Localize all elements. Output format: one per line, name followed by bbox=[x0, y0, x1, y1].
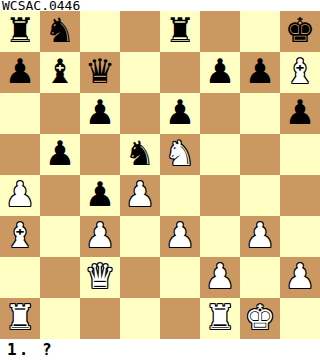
square-c5[interactable] bbox=[80, 134, 120, 175]
square-h6[interactable]: ♟ bbox=[280, 93, 320, 134]
square-d1[interactable] bbox=[120, 298, 160, 339]
piece-black-pawn[interactable]: ♟ bbox=[85, 93, 115, 133]
piece-white-bishop[interactable]: ♝ bbox=[5, 216, 35, 256]
square-d8[interactable] bbox=[120, 11, 160, 52]
square-f8[interactable] bbox=[200, 11, 240, 52]
square-g6[interactable] bbox=[240, 93, 280, 134]
square-d2[interactable] bbox=[120, 257, 160, 298]
piece-white-king[interactable]: ♚ bbox=[245, 298, 275, 338]
square-e1[interactable] bbox=[160, 298, 200, 339]
square-b5[interactable]: ♟ bbox=[40, 134, 80, 175]
square-b3[interactable] bbox=[40, 216, 80, 257]
square-d3[interactable] bbox=[120, 216, 160, 257]
square-a7[interactable]: ♟ bbox=[0, 52, 40, 93]
square-g8[interactable] bbox=[240, 11, 280, 52]
square-e6[interactable]: ♟ bbox=[160, 93, 200, 134]
square-a2[interactable] bbox=[0, 257, 40, 298]
square-g7[interactable]: ♟ bbox=[240, 52, 280, 93]
square-c1[interactable] bbox=[80, 298, 120, 339]
square-a6[interactable] bbox=[0, 93, 40, 134]
square-b6[interactable] bbox=[40, 93, 80, 134]
square-d4[interactable]: ♟ bbox=[120, 175, 160, 216]
piece-black-knight[interactable]: ♞ bbox=[45, 11, 75, 51]
square-f4[interactable] bbox=[200, 175, 240, 216]
piece-white-knight[interactable]: ♞ bbox=[165, 134, 195, 174]
square-a4[interactable]: ♟ bbox=[0, 175, 40, 216]
square-d6[interactable] bbox=[120, 93, 160, 134]
piece-white-queen[interactable]: ♛ bbox=[85, 257, 115, 297]
square-h3[interactable] bbox=[280, 216, 320, 257]
square-e2[interactable] bbox=[160, 257, 200, 298]
square-a8[interactable]: ♜ bbox=[0, 11, 40, 52]
square-b1[interactable] bbox=[40, 298, 80, 339]
square-c4[interactable]: ♟ bbox=[80, 175, 120, 216]
square-e4[interactable] bbox=[160, 175, 200, 216]
piece-black-pawn[interactable]: ♟ bbox=[45, 134, 75, 174]
piece-white-pawn[interactable]: ♟ bbox=[205, 257, 235, 297]
piece-black-pawn[interactable]: ♟ bbox=[245, 52, 275, 92]
square-e3[interactable]: ♟ bbox=[160, 216, 200, 257]
square-c7[interactable]: ♛ bbox=[80, 52, 120, 93]
piece-black-bishop[interactable]: ♝ bbox=[45, 52, 75, 92]
square-h4[interactable] bbox=[280, 175, 320, 216]
piece-black-rook[interactable]: ♜ bbox=[165, 11, 195, 51]
piece-white-pawn[interactable]: ♟ bbox=[245, 216, 275, 256]
piece-black-pawn[interactable]: ♟ bbox=[165, 93, 195, 133]
square-d7[interactable] bbox=[120, 52, 160, 93]
square-f6[interactable] bbox=[200, 93, 240, 134]
square-h8[interactable]: ♚ bbox=[280, 11, 320, 52]
square-e7[interactable] bbox=[160, 52, 200, 93]
piece-black-rook[interactable]: ♜ bbox=[5, 11, 35, 51]
piece-black-king[interactable]: ♚ bbox=[285, 11, 315, 51]
square-c6[interactable]: ♟ bbox=[80, 93, 120, 134]
square-d5[interactable]: ♞ bbox=[120, 134, 160, 175]
piece-white-pawn[interactable]: ♟ bbox=[85, 216, 115, 256]
piece-black-pawn[interactable]: ♟ bbox=[285, 93, 315, 133]
piece-white-pawn[interactable]: ♟ bbox=[165, 216, 195, 256]
square-g2[interactable] bbox=[240, 257, 280, 298]
square-h1[interactable] bbox=[280, 298, 320, 339]
piece-black-knight[interactable]: ♞ bbox=[125, 134, 155, 174]
piece-black-pawn[interactable]: ♟ bbox=[205, 52, 235, 92]
move-prompt: 1. ? bbox=[0, 339, 320, 360]
piece-white-pawn[interactable]: ♟ bbox=[125, 175, 155, 215]
square-a1[interactable]: ♜ bbox=[0, 298, 40, 339]
square-g4[interactable] bbox=[240, 175, 280, 216]
square-f5[interactable] bbox=[200, 134, 240, 175]
piece-white-pawn[interactable]: ♟ bbox=[285, 257, 315, 297]
square-f3[interactable] bbox=[200, 216, 240, 257]
square-a5[interactable] bbox=[0, 134, 40, 175]
piece-white-bishop[interactable]: ♝ bbox=[285, 52, 315, 92]
square-c8[interactable] bbox=[80, 11, 120, 52]
piece-black-pawn[interactable]: ♟ bbox=[85, 175, 115, 215]
square-f1[interactable]: ♜ bbox=[200, 298, 240, 339]
square-b7[interactable]: ♝ bbox=[40, 52, 80, 93]
square-f2[interactable]: ♟ bbox=[200, 257, 240, 298]
square-g1[interactable]: ♚ bbox=[240, 298, 280, 339]
square-e5[interactable]: ♞ bbox=[160, 134, 200, 175]
square-b4[interactable] bbox=[40, 175, 80, 216]
puzzle-title: WCSAC.0446 bbox=[0, 0, 320, 11]
piece-black-pawn[interactable]: ♟ bbox=[5, 52, 35, 92]
square-g5[interactable] bbox=[240, 134, 280, 175]
chess-board: ♜♞♜♚♟♝♛♟♟♝♟♟♟♟♞♞♟♟♟♝♟♟♟♛♟♟♜♜♚ bbox=[0, 11, 320, 339]
square-e8[interactable]: ♜ bbox=[160, 11, 200, 52]
square-g3[interactable]: ♟ bbox=[240, 216, 280, 257]
piece-white-pawn[interactable]: ♟ bbox=[5, 175, 35, 215]
piece-white-rook[interactable]: ♜ bbox=[5, 298, 35, 338]
chess-app-window: WCSAC.0446 ♜♞♜♚♟♝♛♟♟♝♟♟♟♟♞♞♟♟♟♝♟♟♟♛♟♟♜♜♚… bbox=[0, 0, 320, 360]
square-f7[interactable]: ♟ bbox=[200, 52, 240, 93]
square-h5[interactable] bbox=[280, 134, 320, 175]
square-a3[interactable]: ♝ bbox=[0, 216, 40, 257]
piece-black-queen[interactable]: ♛ bbox=[85, 52, 115, 92]
piece-white-rook[interactable]: ♜ bbox=[205, 298, 235, 338]
square-h2[interactable]: ♟ bbox=[280, 257, 320, 298]
square-c3[interactable]: ♟ bbox=[80, 216, 120, 257]
square-h7[interactable]: ♝ bbox=[280, 52, 320, 93]
square-b2[interactable] bbox=[40, 257, 80, 298]
square-c2[interactable]: ♛ bbox=[80, 257, 120, 298]
square-b8[interactable]: ♞ bbox=[40, 11, 80, 52]
